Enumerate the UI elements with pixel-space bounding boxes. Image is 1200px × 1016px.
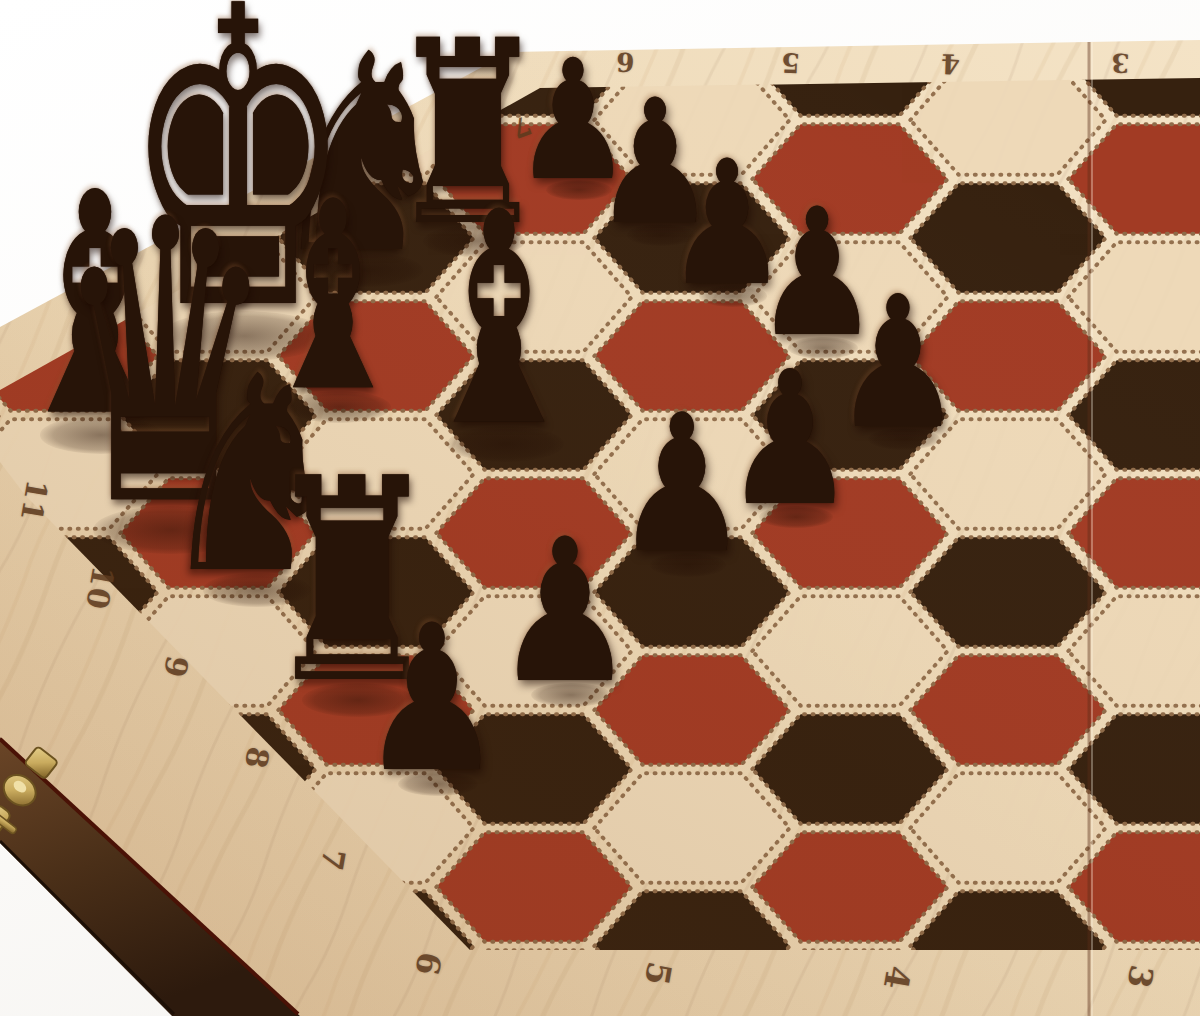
pawn-piece[interactable]: ♟	[494, 513, 636, 711]
pawn-piece[interactable]: ♟	[360, 598, 505, 800]
photo-stage: 7654311109876543 ♟♟♜♞♟♚♟♝♝♟♝♟♛♟♞♟♜♟	[0, 0, 1200, 1016]
pieces-layer: ♟♟♜♞♟♚♟♝♝♟♝♟♛♟♞♟♜♟	[0, 0, 1200, 1016]
